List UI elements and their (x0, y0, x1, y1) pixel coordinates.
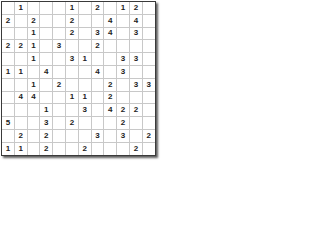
empty-cell[interactable] (143, 2, 150, 14)
clue-cell: 1 (28, 40, 40, 52)
clue-cell: 3 (117, 66, 129, 78)
empty-cell[interactable] (40, 92, 52, 104)
empty-cell[interactable] (15, 53, 27, 65)
empty-cell[interactable] (117, 143, 129, 150)
clue-cell: 2 (130, 104, 142, 116)
empty-cell[interactable] (79, 79, 91, 91)
clue-cell: 3 (130, 53, 142, 65)
clue-cell: 4 (104, 104, 116, 116)
clue-cell: 2 (92, 40, 104, 52)
empty-cell[interactable] (79, 2, 91, 14)
clue-cell: 1 (117, 2, 129, 14)
empty-cell[interactable] (130, 130, 142, 142)
clue-cell: 2 (40, 130, 52, 142)
empty-cell[interactable] (40, 28, 52, 40)
empty-cell[interactable] (104, 40, 116, 52)
clue-cell: 3 (40, 117, 52, 129)
clue-cell: 3 (117, 53, 129, 65)
empty-cell[interactable] (53, 143, 65, 150)
clue-cell: 1 (66, 2, 78, 14)
empty-cell[interactable] (53, 130, 65, 142)
empty-cell[interactable] (66, 40, 78, 52)
clue-cell: 4 (28, 92, 40, 104)
empty-cell[interactable] (104, 2, 116, 14)
clue-cell: 2 (66, 117, 78, 129)
clue-cell: 1 (79, 53, 91, 65)
clue-cell: 2 (15, 130, 27, 142)
empty-cell[interactable] (53, 104, 65, 116)
empty-cell[interactable] (66, 79, 78, 91)
clue-cell: 2 (130, 143, 142, 150)
empty-cell[interactable] (40, 40, 52, 52)
clue-cell: 4 (92, 66, 104, 78)
empty-cell[interactable] (92, 117, 104, 129)
empty-cell[interactable] (66, 143, 78, 150)
empty-cell[interactable] (130, 92, 142, 104)
empty-cell[interactable] (66, 104, 78, 116)
empty-cell[interactable] (53, 53, 65, 65)
clue-cell: 2 (92, 2, 104, 14)
clue-cell: 1 (40, 104, 52, 116)
empty-cell[interactable] (53, 92, 65, 104)
empty-cell[interactable] (143, 53, 150, 65)
clue-cell: 1 (15, 2, 27, 14)
empty-cell[interactable] (15, 104, 27, 116)
empty-cell[interactable] (92, 53, 104, 65)
empty-cell[interactable] (2, 2, 14, 14)
empty-cell[interactable] (130, 117, 142, 129)
empty-cell[interactable] (28, 130, 40, 142)
empty-cell[interactable] (28, 66, 40, 78)
empty-cell[interactable] (117, 92, 129, 104)
empty-cell[interactable] (40, 15, 52, 27)
empty-cell[interactable] (143, 143, 150, 150)
empty-cell[interactable] (28, 117, 40, 129)
empty-cell[interactable] (15, 117, 27, 129)
clue-cell: 1 (28, 28, 40, 40)
empty-cell[interactable] (143, 66, 150, 78)
clue-cell: 2 (130, 2, 142, 14)
clue-cell: 1 (28, 79, 40, 91)
clue-cell: 3 (53, 40, 65, 52)
empty-cell[interactable] (40, 2, 52, 14)
empty-cell[interactable] (143, 15, 150, 27)
clue-cell: 1 (66, 92, 78, 104)
empty-cell[interactable] (79, 130, 91, 142)
empty-cell[interactable] (53, 15, 65, 27)
empty-cell[interactable] (28, 143, 40, 150)
empty-cell[interactable] (53, 117, 65, 129)
clue-cell: 2 (2, 40, 14, 52)
empty-cell[interactable] (2, 53, 14, 65)
empty-cell[interactable] (53, 28, 65, 40)
empty-cell[interactable] (53, 2, 65, 14)
empty-cell[interactable] (104, 130, 116, 142)
empty-cell[interactable] (143, 40, 150, 52)
clue-cell: 3 (130, 28, 142, 40)
clue-cell: 3 (143, 79, 150, 91)
clue-cell: 2 (117, 117, 129, 129)
clue-cell: 2 (104, 92, 116, 104)
empty-cell[interactable] (143, 104, 150, 116)
empty-cell[interactable] (92, 79, 104, 91)
clue-cell: 3 (79, 104, 91, 116)
empty-cell[interactable] (40, 79, 52, 91)
empty-cell[interactable] (79, 117, 91, 129)
empty-cell[interactable] (104, 117, 116, 129)
clue-cell: 4 (104, 28, 116, 40)
empty-cell[interactable] (79, 15, 91, 27)
clue-cell: 4 (15, 92, 27, 104)
clue-cell: 4 (104, 15, 116, 27)
clue-cell: 1 (79, 92, 91, 104)
empty-cell[interactable] (2, 92, 14, 104)
empty-cell[interactable] (104, 143, 116, 150)
empty-cell[interactable] (143, 117, 150, 129)
empty-cell[interactable] (130, 66, 142, 78)
empty-cell[interactable] (79, 40, 91, 52)
clue-cell: 2 (66, 15, 78, 27)
clue-cell: 2 (2, 15, 14, 27)
clue-cell: 1 (15, 143, 27, 150)
empty-cell[interactable] (130, 40, 142, 52)
empty-cell[interactable] (143, 28, 150, 40)
empty-cell[interactable] (117, 28, 129, 40)
clue-cell: 4 (130, 15, 142, 27)
empty-cell[interactable] (143, 92, 150, 104)
clue-cell: 3 (117, 130, 129, 142)
empty-cell[interactable] (15, 79, 27, 91)
empty-cell[interactable] (79, 66, 91, 78)
empty-cell[interactable] (2, 79, 14, 91)
clue-cell: 2 (53, 79, 65, 91)
empty-cell[interactable] (53, 66, 65, 78)
clue-cell: 2 (117, 104, 129, 116)
empty-cell[interactable] (2, 28, 14, 40)
empty-cell[interactable] (66, 130, 78, 142)
clue-cell: 5 (2, 117, 14, 129)
empty-cell[interactable] (92, 104, 104, 116)
empty-cell[interactable] (28, 2, 40, 14)
empty-cell[interactable] (92, 143, 104, 150)
empty-cell[interactable] (2, 104, 14, 116)
empty-cell[interactable] (40, 53, 52, 65)
clue-cell: 3 (92, 130, 104, 142)
empty-cell[interactable] (117, 79, 129, 91)
empty-cell[interactable] (66, 66, 78, 78)
clue-cell: 2 (104, 79, 116, 91)
empty-cell[interactable] (104, 66, 116, 78)
empty-cell[interactable] (79, 28, 91, 40)
clue-cell: 1 (15, 66, 27, 78)
empty-cell[interactable] (15, 15, 27, 27)
empty-cell[interactable] (15, 28, 27, 40)
clue-cell: 1 (2, 143, 14, 150)
clue-cell: 3 (130, 79, 142, 91)
empty-cell[interactable] (104, 53, 116, 65)
empty-cell[interactable] (117, 15, 129, 27)
empty-cell[interactable] (92, 15, 104, 27)
minesweeper-puzzle-grid: 1121222244123432213213133114431223344112… (1, 1, 150, 150)
empty-cell[interactable] (28, 104, 40, 116)
clue-cell: 3 (66, 53, 78, 65)
clue-cell: 2 (143, 130, 150, 142)
clue-cell: 1 (2, 66, 14, 78)
clue-cell: 2 (40, 143, 52, 150)
clue-cell: 2 (66, 28, 78, 40)
empty-cell[interactable] (2, 130, 14, 142)
clue-cell: 2 (79, 143, 91, 150)
puzzle-board-wrapper: 1121222244123432213213133114431223344112… (1, 1, 150, 150)
clue-cell: 4 (40, 66, 52, 78)
clue-cell: 2 (28, 15, 40, 27)
clue-cell: 3 (92, 28, 104, 40)
clue-cell: 2 (15, 40, 27, 52)
empty-cell[interactable] (117, 40, 129, 52)
empty-cell[interactable] (92, 92, 104, 104)
clue-cell: 1 (28, 53, 40, 65)
